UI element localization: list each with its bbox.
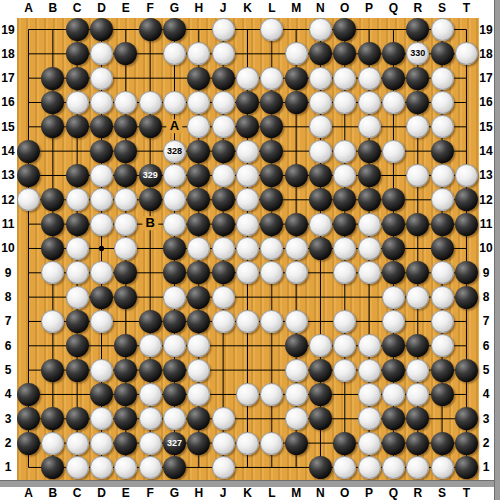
coordinate-label: R [413, 1, 422, 15]
coordinate-label: A [24, 1, 33, 15]
white-stone-L17[interactable] [260, 67, 283, 90]
go-board[interactable]: 330328329327AB [17, 18, 479, 480]
coordinate-label: G [170, 486, 179, 500]
white-stone-P6[interactable] [358, 334, 381, 357]
white-stone-F3[interactable] [139, 407, 162, 430]
white-stone-D5[interactable] [90, 359, 113, 382]
white-stone-D17[interactable] [90, 67, 113, 90]
white-stone-T13[interactable] [455, 164, 478, 187]
coordinate-label: 8 [5, 290, 12, 304]
coordinate-label: 2 [5, 436, 12, 450]
black-stone-B17[interactable] [41, 67, 64, 90]
white-stone-P17[interactable] [358, 67, 381, 90]
white-stone-J2[interactable] [212, 432, 235, 455]
white-stone-N17[interactable] [309, 67, 332, 90]
white-stone-S7[interactable] [431, 310, 454, 333]
coordinate-label: N [316, 1, 325, 15]
white-stone-J13[interactable] [212, 164, 235, 187]
black-stone-G7[interactable] [163, 310, 186, 333]
white-stone-D2[interactable] [90, 432, 113, 455]
white-stone-H5[interactable] [187, 359, 210, 382]
white-stone-S17[interactable] [431, 67, 454, 90]
white-stone-K14[interactable] [236, 140, 259, 163]
white-stone-P15[interactable] [358, 115, 381, 138]
black-stone-T2[interactable] [455, 432, 478, 455]
coordinate-label: 10 [479, 241, 492, 255]
white-stone-N19[interactable] [309, 18, 332, 41]
black-stone-L11[interactable] [260, 213, 283, 236]
white-stone-D7[interactable] [90, 310, 113, 333]
black-stone-F15[interactable] [139, 115, 162, 138]
white-stone-S8[interactable] [431, 286, 454, 309]
white-stone-S12[interactable] [431, 188, 454, 211]
coordinate-label: 3 [5, 412, 12, 426]
coordinate-label: 6 [483, 339, 490, 353]
coordinate-label: 14 [1, 144, 14, 158]
white-stone-P5[interactable] [358, 359, 381, 382]
white-stone-C10[interactable] [66, 237, 89, 260]
coordinate-label: 9 [5, 266, 12, 280]
coordinate-label: T [463, 486, 470, 500]
white-stone-O5[interactable] [333, 359, 356, 382]
coordinate-label: 6 [5, 339, 12, 353]
white-stone-P1[interactable] [358, 456, 381, 479]
coordinate-label: P [365, 1, 373, 15]
move-number-label: 329 [143, 171, 158, 180]
white-stone-R5[interactable] [406, 359, 429, 382]
black-stone-Q5[interactable] [382, 359, 405, 382]
black-stone-C6[interactable] [66, 334, 89, 357]
black-stone-P12[interactable] [358, 188, 381, 211]
coordinate-label: A [24, 486, 33, 500]
white-stone-M3[interactable] [285, 407, 308, 430]
white-stone-S1[interactable] [431, 456, 454, 479]
white-stone-Q16[interactable] [382, 91, 405, 114]
black-stone-E2[interactable] [114, 432, 137, 455]
black-stone-J17[interactable] [212, 67, 235, 90]
star-point [99, 246, 104, 251]
black-stone-J9[interactable] [212, 261, 235, 284]
black-stone-F13[interactable]: 329 [139, 164, 162, 187]
white-stone-J7[interactable] [212, 310, 235, 333]
black-stone-C18[interactable] [66, 42, 89, 65]
coordinate-label: 16 [479, 95, 492, 109]
coordinate-label: 1 [5, 460, 12, 474]
coordinate-label: F [146, 486, 153, 500]
coordinate-label: 9 [483, 266, 490, 280]
coordinate-label: 4 [5, 387, 12, 401]
black-stone-F19[interactable] [139, 18, 162, 41]
board-bevel-bottom [0, 480, 500, 487]
coordinate-label: 12 [1, 193, 14, 207]
black-stone-S11[interactable] [431, 213, 454, 236]
white-stone-M4[interactable] [285, 383, 308, 406]
coordinate-label: 18 [479, 47, 492, 61]
black-stone-H17[interactable] [187, 67, 210, 90]
black-stone-J14[interactable] [212, 140, 235, 163]
white-stone-F6[interactable] [139, 334, 162, 357]
coordinate-label: 19 [479, 23, 492, 37]
black-stone-C3[interactable] [66, 407, 89, 430]
coordinate-label: O [340, 1, 349, 15]
coordinate-label: 13 [479, 168, 492, 182]
coordinate-label: S [438, 486, 446, 500]
coordinate-label: F [146, 1, 153, 15]
black-stone-G5[interactable] [163, 359, 186, 382]
board-bevel-right [494, 0, 500, 500]
black-stone-N13[interactable] [309, 164, 332, 187]
white-stone-Q1[interactable] [382, 456, 405, 479]
black-stone-N4[interactable] [309, 383, 332, 406]
white-stone-J3[interactable] [212, 407, 235, 430]
white-stone-Q4[interactable] [382, 383, 405, 406]
point-label-A: A [167, 119, 182, 133]
black-stone-T11[interactable] [455, 213, 478, 236]
coordinate-label: J [220, 1, 227, 15]
black-stone-C19[interactable] [66, 18, 89, 41]
white-stone-J1[interactable] [212, 456, 235, 479]
black-stone-N1[interactable] [309, 456, 332, 479]
white-stone-C1[interactable] [66, 456, 89, 479]
coordinate-label: 17 [1, 71, 14, 85]
black-stone-Q11[interactable] [382, 213, 405, 236]
coordinate-label: 5 [5, 363, 12, 377]
white-stone-S6[interactable] [431, 334, 454, 357]
black-stone-O11[interactable] [333, 213, 356, 236]
move-number-label: 328 [167, 147, 182, 156]
coordinate-label: 14 [479, 144, 492, 158]
coordinate-label: K [243, 1, 252, 15]
coordinate-label: 3 [483, 412, 490, 426]
coordinate-label: L [268, 486, 275, 500]
black-stone-E8[interactable] [114, 286, 137, 309]
black-stone-G10[interactable] [163, 237, 186, 260]
black-stone-D8[interactable] [90, 286, 113, 309]
coordinate-label: O [340, 486, 349, 500]
black-stone-M6[interactable] [285, 334, 308, 357]
black-stone-K16[interactable] [236, 91, 259, 114]
go-board-window: { "game": "go", "board": { "size": 19, "… [0, 0, 500, 500]
black-stone-B11[interactable] [41, 213, 64, 236]
black-stone-O2[interactable] [333, 432, 356, 455]
black-stone-M16[interactable] [285, 91, 308, 114]
black-stone-C5[interactable] [66, 359, 89, 382]
coordinate-label: 11 [480, 217, 493, 231]
white-stone-P9[interactable] [358, 261, 381, 284]
black-stone-P14[interactable] [358, 140, 381, 163]
coordinate-label: D [97, 486, 106, 500]
white-stone-K13[interactable] [236, 164, 259, 187]
white-stone-G11[interactable] [163, 213, 186, 236]
black-stone-R2[interactable] [406, 432, 429, 455]
white-stone-M18[interactable] [285, 42, 308, 65]
black-stone-C17[interactable] [66, 67, 89, 90]
white-stone-G13[interactable] [163, 164, 186, 187]
black-stone-D4[interactable] [90, 383, 113, 406]
coordinate-label: C [73, 486, 82, 500]
coordinate-label: 4 [483, 387, 490, 401]
black-stone-T8[interactable] [455, 286, 478, 309]
black-stone-Q2[interactable] [382, 432, 405, 455]
coordinate-label: H [194, 1, 203, 15]
coordinate-label: L [268, 1, 275, 15]
black-stone-P18[interactable] [358, 42, 381, 65]
white-stone-F4[interactable] [139, 383, 162, 406]
move-number-label: 330 [410, 49, 425, 58]
white-stone-D11[interactable] [90, 213, 113, 236]
white-stone-C8[interactable] [66, 286, 89, 309]
coordinate-label: 2 [483, 436, 490, 450]
black-stone-C13[interactable] [66, 164, 89, 187]
move-number-label: 327 [167, 439, 182, 448]
coordinate-label: T [463, 1, 470, 15]
white-stone-M10[interactable] [285, 237, 308, 260]
coordinate-label: 15 [479, 120, 492, 134]
coordinate-label: M [291, 1, 301, 15]
white-stone-P3[interactable] [358, 407, 381, 430]
white-stone-M5[interactable] [285, 359, 308, 382]
black-stone-L14[interactable] [260, 140, 283, 163]
white-stone-S15[interactable] [431, 115, 454, 138]
black-stone-F5[interactable] [139, 359, 162, 382]
black-stone-G19[interactable] [163, 18, 186, 41]
black-stone-S18[interactable] [431, 42, 454, 65]
coordinate-label: K [243, 486, 252, 500]
black-stone-T1[interactable] [455, 456, 478, 479]
coordinate-label: 13 [1, 168, 14, 182]
coordinate-label: M [291, 486, 301, 500]
coordinate-label: 7 [483, 314, 490, 328]
coordinate-label: B [48, 1, 57, 15]
coordinate-label: 11 [2, 217, 15, 231]
black-stone-D19[interactable] [90, 18, 113, 41]
white-stone-J8[interactable] [212, 286, 235, 309]
coordinate-label: 16 [1, 95, 14, 109]
black-stone-G1[interactable] [163, 456, 186, 479]
black-stone-Q10[interactable] [382, 237, 405, 260]
white-stone-P11[interactable] [358, 213, 381, 236]
black-stone-D14[interactable] [90, 140, 113, 163]
black-stone-A4[interactable] [17, 383, 40, 406]
white-stone-K7[interactable] [236, 310, 259, 333]
black-stone-M13[interactable] [285, 164, 308, 187]
white-stone-D1[interactable] [90, 456, 113, 479]
white-stone-S19[interactable] [431, 18, 454, 41]
white-stone-C2[interactable] [66, 432, 89, 455]
black-stone-E14[interactable] [114, 140, 137, 163]
black-stone-F7[interactable] [139, 310, 162, 333]
black-stone-G4[interactable] [163, 383, 186, 406]
coordinate-label: S [438, 1, 446, 15]
white-stone-F16[interactable] [139, 91, 162, 114]
coordinate-label: 8 [483, 290, 490, 304]
black-stone-R17[interactable] [406, 67, 429, 90]
white-stone-P2[interactable] [358, 432, 381, 455]
coordinate-label: 19 [1, 23, 14, 37]
white-stone-K2[interactable] [236, 432, 259, 455]
white-stone-J10[interactable] [212, 237, 235, 260]
white-stone-G16[interactable] [163, 91, 186, 114]
white-stone-D13[interactable] [90, 164, 113, 187]
white-stone-P10[interactable] [358, 237, 381, 260]
white-stone-N11[interactable] [309, 213, 332, 236]
black-stone-P13[interactable] [358, 164, 381, 187]
black-stone-M11[interactable] [285, 213, 308, 236]
white-stone-O17[interactable] [333, 67, 356, 90]
black-stone-A13[interactable] [17, 164, 40, 187]
coordinate-label: B [48, 486, 57, 500]
white-stone-D16[interactable] [90, 91, 113, 114]
black-stone-M17[interactable] [285, 67, 308, 90]
black-stone-J11[interactable] [212, 213, 235, 236]
black-stone-S5[interactable] [431, 359, 454, 382]
black-stone-N10[interactable] [309, 237, 332, 260]
white-stone-M9[interactable] [285, 261, 308, 284]
white-stone-C16[interactable] [66, 91, 89, 114]
white-stone-B2[interactable] [41, 432, 64, 455]
white-stone-J16[interactable] [212, 91, 235, 114]
coordinate-label: J [220, 486, 227, 500]
coordinate-label: E [122, 1, 130, 15]
coordinate-label: H [194, 486, 203, 500]
black-stone-G2[interactable]: 327 [163, 432, 186, 455]
black-stone-H2[interactable] [187, 432, 210, 455]
black-stone-R11[interactable] [406, 213, 429, 236]
black-stone-F12[interactable] [139, 188, 162, 211]
white-stone-R8[interactable] [406, 286, 429, 309]
point-label-B: B [142, 216, 157, 230]
white-stone-Q14[interactable] [382, 140, 405, 163]
black-stone-H8[interactable] [187, 286, 210, 309]
coordinate-label: E [122, 486, 130, 500]
black-stone-B5[interactable] [41, 359, 64, 382]
white-stone-J19[interactable] [212, 18, 235, 41]
white-stone-K17[interactable] [236, 67, 259, 90]
white-stone-K4[interactable] [236, 383, 259, 406]
white-stone-O14[interactable] [333, 140, 356, 163]
black-stone-J12[interactable] [212, 188, 235, 211]
white-stone-J18[interactable] [212, 42, 235, 65]
white-stone-L2[interactable] [260, 432, 283, 455]
coordinate-label: 10 [1, 241, 14, 255]
black-stone-C7[interactable] [66, 310, 89, 333]
coordinate-label: 15 [1, 120, 14, 134]
white-stone-C9[interactable] [66, 261, 89, 284]
black-stone-A14[interactable] [17, 140, 40, 163]
white-stone-F1[interactable] [139, 456, 162, 479]
coordinate-label: Q [389, 486, 398, 500]
white-stone-P4[interactable] [358, 383, 381, 406]
coordinate-label: P [365, 486, 373, 500]
white-stone-E11[interactable] [114, 213, 137, 236]
black-stone-S14[interactable] [431, 140, 454, 163]
white-stone-J15[interactable] [212, 115, 235, 138]
white-stone-Q7[interactable] [382, 310, 405, 333]
white-stone-M7[interactable] [285, 310, 308, 333]
white-stone-Q8[interactable] [382, 286, 405, 309]
coordinate-label: C [73, 1, 82, 15]
white-stone-F2[interactable] [139, 432, 162, 455]
black-stone-M2[interactable] [285, 432, 308, 455]
black-stone-Q17[interactable] [382, 67, 405, 90]
white-stone-C12[interactable] [66, 188, 89, 211]
coordinate-label: 5 [483, 363, 490, 377]
white-stone-G14[interactable]: 328 [163, 140, 186, 163]
coordinate-label: N [316, 486, 325, 500]
white-stone-P16[interactable] [358, 91, 381, 114]
white-stone-S9[interactable] [431, 261, 454, 284]
black-stone-S2[interactable] [431, 432, 454, 455]
black-stone-S4[interactable] [431, 383, 454, 406]
coordinate-label: 1 [483, 460, 490, 474]
coordinate-label: 7 [5, 314, 12, 328]
black-stone-C11[interactable] [66, 213, 89, 236]
black-stone-N5[interactable] [309, 359, 332, 382]
coordinate-label: Q [389, 1, 398, 15]
black-stone-A2[interactable] [17, 432, 40, 455]
white-stone-S16[interactable] [431, 91, 454, 114]
black-stone-C15[interactable] [66, 115, 89, 138]
black-stone-H11[interactable] [187, 213, 210, 236]
white-stone-S13[interactable] [431, 164, 454, 187]
white-stone-N16[interactable] [309, 91, 332, 114]
coordinate-label: 18 [1, 47, 14, 61]
coordinate-label: R [413, 486, 422, 500]
black-stone-S10[interactable] [431, 237, 454, 260]
coordinate-label: 17 [479, 71, 492, 85]
coordinate-label: 12 [479, 193, 492, 207]
black-stone-H14[interactable] [187, 140, 210, 163]
white-stone-K10[interactable] [236, 237, 259, 260]
coordinate-label: D [97, 1, 106, 15]
coordinate-label: G [170, 1, 179, 15]
white-stone-K11[interactable] [236, 213, 259, 236]
black-stone-E5[interactable] [114, 359, 137, 382]
white-stone-N14[interactable] [309, 140, 332, 163]
white-stone-G8[interactable] [163, 286, 186, 309]
black-stone-T5[interactable] [455, 359, 478, 382]
